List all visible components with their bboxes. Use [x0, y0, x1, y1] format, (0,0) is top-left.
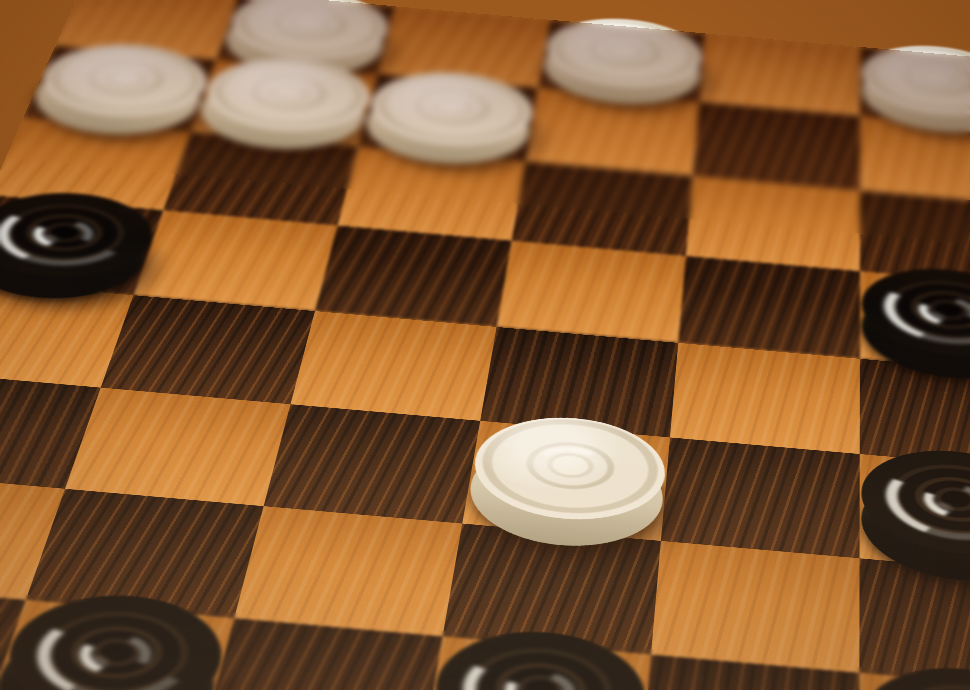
square-c7[interactable]: [358, 74, 538, 161]
square-c3[interactable]: [264, 404, 481, 523]
square-f1[interactable]: [859, 673, 970, 690]
white-checker-b7[interactable]: [189, 52, 378, 155]
square-d1[interactable]: [421, 636, 651, 690]
white-checker-d8[interactable]: [538, 13, 704, 110]
square-b4[interactable]: [101, 295, 315, 404]
square-d6[interactable]: [512, 161, 693, 256]
checker-top: [0, 587, 236, 690]
square-a7[interactable]: [24, 46, 217, 132]
black-checker-f5[interactable]: [862, 262, 970, 385]
square-b3[interactable]: [65, 388, 290, 507]
checkers-board: [0, 0, 970, 690]
black-checker-b1[interactable]: [0, 587, 236, 690]
checkers-photo: [0, 0, 970, 690]
white-checker-f8[interactable]: [862, 40, 970, 139]
black-checker-f3[interactable]: [861, 443, 970, 588]
white-checker-c7[interactable]: [357, 66, 538, 170]
square-c5[interactable]: [315, 225, 512, 326]
checker-top: [0, 186, 165, 283]
square-c2[interactable]: [234, 506, 462, 636]
square-b1[interactable]: [0, 600, 234, 690]
square-f5[interactable]: [860, 271, 970, 374]
square-d3[interactable]: [462, 421, 670, 541]
square-e5[interactable]: [678, 256, 860, 359]
square-e4[interactable]: [670, 343, 860, 454]
square-f3[interactable]: [860, 454, 970, 576]
white-checker-a7[interactable]: [21, 38, 217, 141]
square-e2[interactable]: [651, 541, 860, 673]
square-b5[interactable]: [133, 210, 337, 311]
square-c4[interactable]: [290, 311, 496, 421]
square-e6[interactable]: [686, 176, 860, 271]
square-e3[interactable]: [661, 437, 860, 558]
white-checker-d3[interactable]: [462, 410, 669, 553]
square-b7[interactable]: [191, 60, 377, 147]
square-d8[interactable]: [538, 20, 705, 102]
square-f8[interactable]: [860, 47, 970, 130]
square-d5[interactable]: [497, 241, 686, 343]
